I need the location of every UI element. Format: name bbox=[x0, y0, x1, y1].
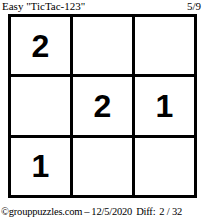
footer-separator: – bbox=[84, 206, 89, 217]
cell-r2c2: 2 bbox=[73, 77, 132, 134]
difficulty-value: 2 / 32 bbox=[159, 206, 182, 217]
puzzle-header: Easy "TicTac-123" 5/9 bbox=[2, 0, 201, 13]
cell-r3c1: 1 bbox=[11, 138, 70, 195]
tictac123-board: 2 2 1 1 bbox=[8, 14, 197, 198]
cell-r2c1[interactable] bbox=[11, 77, 70, 134]
cell-r1c3[interactable] bbox=[135, 17, 194, 74]
site-credit: ©grouppuzzles.com bbox=[1, 206, 82, 217]
puzzle-counter: 5/9 bbox=[187, 0, 201, 13]
puzzle-page: Easy "TicTac-123" 5/9 2 2 1 1 ©grouppuzz… bbox=[0, 0, 202, 221]
cell-r3c3[interactable] bbox=[135, 138, 194, 195]
cell-r1c2[interactable] bbox=[73, 17, 132, 74]
cell-r1c1: 2 bbox=[11, 17, 70, 74]
copyright-line: ©grouppuzzles.com–12/5/2020Diff:2 / 32 bbox=[1, 205, 202, 219]
puzzle-date: 12/5/2020 bbox=[91, 206, 132, 217]
cell-r3c2[interactable] bbox=[73, 138, 132, 195]
puzzle-title: Easy "TicTac-123" bbox=[2, 0, 85, 13]
difficulty-label: Diff: bbox=[136, 206, 155, 217]
cell-r2c3: 1 bbox=[135, 77, 194, 134]
